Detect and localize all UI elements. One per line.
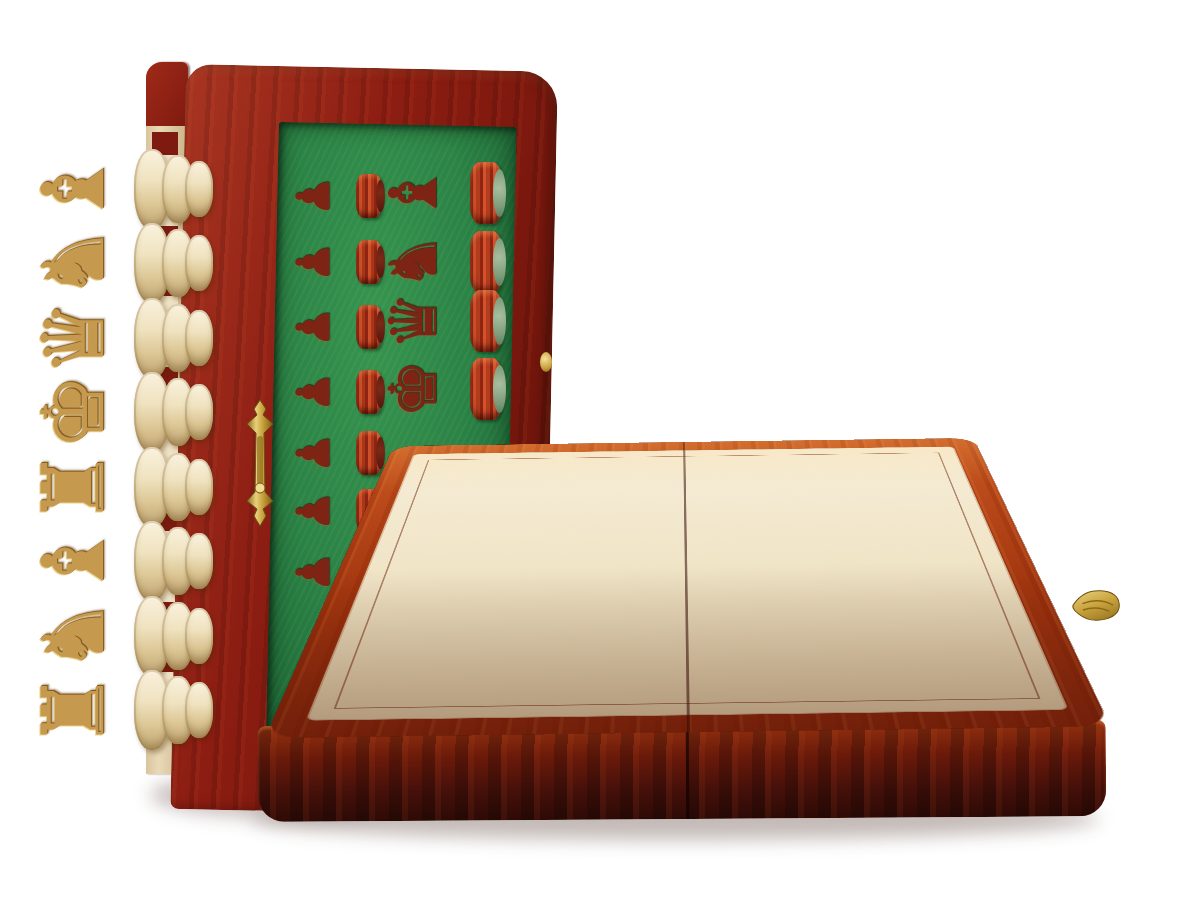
- board-top-surface: [265, 438, 1110, 738]
- folded-flat-board: [0, 0, 1200, 900]
- product-photo-folding-chess-set: ♝♞♛♚♟♟♟♟♟♟♟ ♝♞♛♚♜♝♞♜: [0, 0, 1200, 900]
- brass-clasp-icon: [1070, 585, 1122, 629]
- board-fold-seam-front: [686, 723, 690, 819]
